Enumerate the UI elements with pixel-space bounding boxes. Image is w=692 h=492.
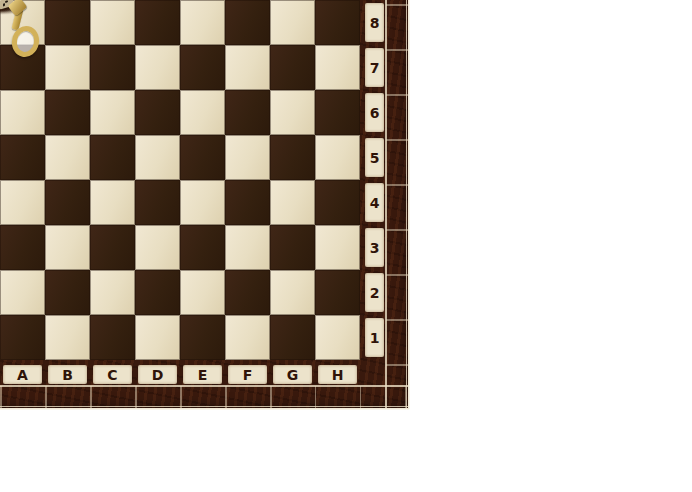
square-e2 — [180, 270, 225, 315]
coord-label-bottom-G: G — [273, 365, 312, 384]
coord-label-bottom-F: F — [228, 365, 267, 384]
square-e8 — [180, 0, 225, 45]
square-c4 — [90, 180, 135, 225]
square-f1 — [225, 315, 270, 360]
square-g3 — [270, 225, 315, 270]
frame-separator-line — [0, 385, 408, 387]
square-b4 — [45, 180, 90, 225]
square-g8 — [270, 0, 315, 45]
square-f3 — [225, 225, 270, 270]
coord-label-right-1: 1 — [365, 318, 384, 357]
square-d4 — [135, 180, 180, 225]
coord-label-right-4: 4 — [365, 183, 384, 222]
coord-label-bottom-E: E — [183, 365, 222, 384]
coord-label-right-2: 2 — [365, 273, 384, 312]
square-g2 — [270, 270, 315, 315]
square-d7 — [135, 45, 180, 90]
square-a3 — [0, 225, 45, 270]
photo-canvas: AA88BB77CC66DD55EE44FF33GG22HH11 ♜♞♝♛♚♝♞… — [0, 0, 692, 492]
square-f7 — [225, 45, 270, 90]
frame-separator-line — [385, 0, 387, 408]
square-c7 — [90, 45, 135, 90]
square-g7 — [270, 45, 315, 90]
board-plane: AA88BB77CC66DD55EE44FF33GG22HH11 — [0, 0, 360, 360]
coord-label-bottom-H: H — [318, 365, 357, 384]
clasp-plate — [8, 0, 28, 16]
square-e1 — [180, 315, 225, 360]
square-a5 — [0, 135, 45, 180]
square-e7 — [180, 45, 225, 90]
square-d8 — [135, 0, 180, 45]
square-a1 — [0, 315, 45, 360]
square-g4 — [270, 180, 315, 225]
square-f5 — [225, 135, 270, 180]
square-e4 — [180, 180, 225, 225]
coord-label-right-5: 5 — [365, 138, 384, 177]
square-h4 — [315, 180, 360, 225]
brass-clasp-latch — [0, 0, 40, 58]
square-c2 — [90, 270, 135, 315]
square-b6 — [45, 90, 90, 135]
square-f6 — [225, 90, 270, 135]
square-h2 — [315, 270, 360, 315]
coord-label-bottom-B: B — [48, 365, 87, 384]
coord-label-right-8: 8 — [365, 3, 384, 42]
square-d2 — [135, 270, 180, 315]
square-c3 — [90, 225, 135, 270]
square-c1 — [90, 315, 135, 360]
square-b2 — [45, 270, 90, 315]
square-a2 — [0, 270, 45, 315]
square-d6 — [135, 90, 180, 135]
square-a4 — [0, 180, 45, 225]
square-e3 — [180, 225, 225, 270]
square-h6 — [315, 90, 360, 135]
square-f4 — [225, 180, 270, 225]
coord-label-right-6: 6 — [365, 93, 384, 132]
chess-grid — [0, 0, 360, 360]
square-h8 — [315, 0, 360, 45]
square-a6 — [0, 90, 45, 135]
square-g6 — [270, 90, 315, 135]
square-e6 — [180, 90, 225, 135]
coord-label-bottom-D: D — [138, 365, 177, 384]
square-b1 — [45, 315, 90, 360]
frame-separator-line — [0, 406, 408, 408]
square-g5 — [270, 135, 315, 180]
square-c8 — [90, 0, 135, 45]
square-h5 — [315, 135, 360, 180]
square-b7 — [45, 45, 90, 90]
coord-label-bottom-C: C — [93, 365, 132, 384]
square-e5 — [180, 135, 225, 180]
square-f2 — [225, 270, 270, 315]
square-c5 — [90, 135, 135, 180]
square-h1 — [315, 315, 360, 360]
coord-label-right-7: 7 — [365, 48, 384, 87]
coord-label-right-3: 3 — [365, 228, 384, 267]
square-d5 — [135, 135, 180, 180]
frame-separator-line — [406, 0, 408, 408]
square-d3 — [135, 225, 180, 270]
square-d1 — [135, 315, 180, 360]
square-b3 — [45, 225, 90, 270]
square-h7 — [315, 45, 360, 90]
square-f8 — [225, 0, 270, 45]
square-b5 — [45, 135, 90, 180]
square-c6 — [90, 90, 135, 135]
square-b8 — [45, 0, 90, 45]
square-g1 — [270, 315, 315, 360]
square-h3 — [315, 225, 360, 270]
coord-label-bottom-A: A — [3, 365, 42, 384]
